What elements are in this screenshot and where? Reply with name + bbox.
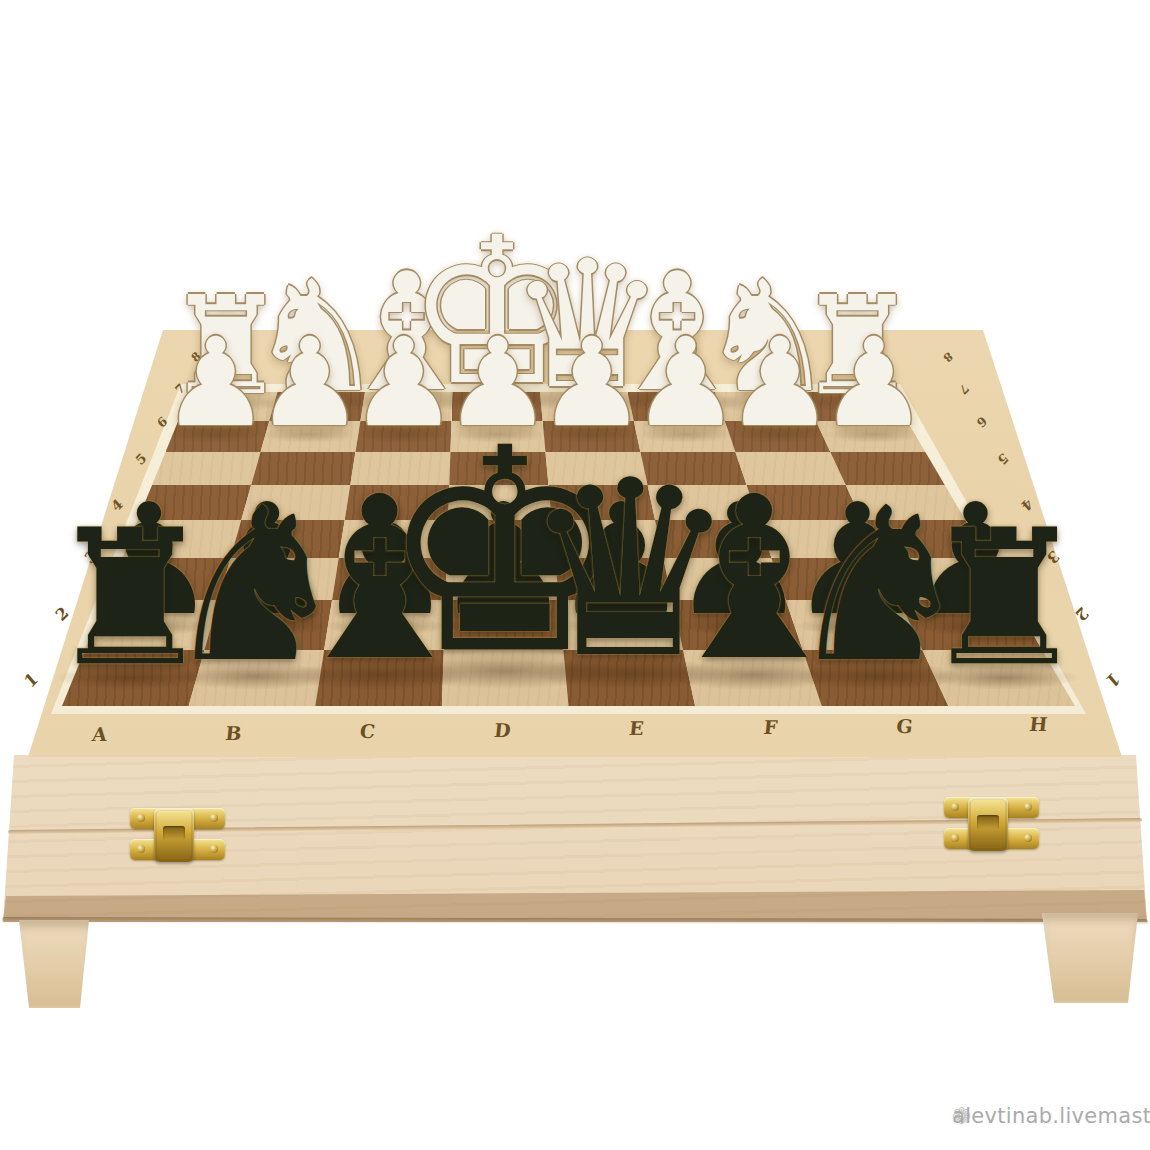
piece-white-pawn: ♟: [819, 322, 929, 444]
watermark-text: alevtinab.livemaster.ru: [952, 1104, 1150, 1128]
chess-pieces: ♜♞♝♚♛♝♞♜♟♟♟♟♟♟♟♟♟♟♟♟♟♟♟♟♜♞♝♚♛♝♞♜: [0, 0, 1150, 1150]
piece-black-rook: ♜: [920, 505, 1088, 692]
product-photo: ABCDEFGH1234567812345678 ♜♞♝♚♛♝♞♜♟♟♟♟♟♟♟…: [0, 0, 1150, 1150]
